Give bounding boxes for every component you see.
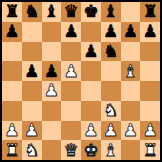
white-bishop-icon: ♝ xyxy=(123,62,138,79)
white-king-icon: ♚ xyxy=(83,141,98,158)
square-b3[interactable] xyxy=(22,101,42,121)
square-h7[interactable]: ♟ xyxy=(140,22,160,42)
black-queen-icon: ♛ xyxy=(64,3,79,20)
white-pawn-icon: ♟ xyxy=(44,82,59,99)
square-e7[interactable] xyxy=(81,22,101,42)
square-d1[interactable]: ♛ xyxy=(61,140,81,160)
square-a3[interactable] xyxy=(2,101,22,121)
white-rook-icon: ♜ xyxy=(143,141,158,158)
white-pawn-icon: ♟ xyxy=(103,121,118,138)
black-bishop-icon: ♝ xyxy=(103,3,118,20)
square-c3[interactable] xyxy=(42,101,62,121)
black-pawn-icon: ♟ xyxy=(44,62,59,79)
black-pawn-icon: ♟ xyxy=(123,23,138,40)
black-king-icon: ♚ xyxy=(83,3,98,20)
square-f4[interactable] xyxy=(101,81,121,101)
square-c2[interactable] xyxy=(42,121,62,141)
square-a8[interactable]: ♜ xyxy=(2,2,22,22)
square-c7[interactable] xyxy=(42,22,62,42)
square-f6[interactable]: ♞ xyxy=(101,42,121,62)
white-knight-icon: ♞ xyxy=(103,102,118,119)
square-g8[interactable] xyxy=(121,2,141,22)
square-a4[interactable] xyxy=(2,81,22,101)
square-d2[interactable] xyxy=(61,121,81,141)
square-g1[interactable] xyxy=(121,140,141,160)
white-pawn-icon: ♟ xyxy=(4,121,19,138)
square-b1[interactable]: ♞ xyxy=(22,140,42,160)
square-a5[interactable] xyxy=(2,61,22,81)
black-rook-icon: ♜ xyxy=(4,3,19,20)
square-a6[interactable] xyxy=(2,42,22,62)
square-f3[interactable]: ♞ xyxy=(101,101,121,121)
square-h3[interactable] xyxy=(140,101,160,121)
square-g5[interactable]: ♝ xyxy=(121,61,141,81)
square-c6[interactable] xyxy=(42,42,62,62)
black-pawn-icon: ♟ xyxy=(83,42,98,59)
black-pawn-icon: ♟ xyxy=(103,23,118,40)
square-c1[interactable] xyxy=(42,140,62,160)
white-pawn-icon: ♟ xyxy=(24,121,39,138)
square-f1[interactable]: ♝ xyxy=(101,140,121,160)
square-f7[interactable]: ♟ xyxy=(101,22,121,42)
square-f8[interactable]: ♝ xyxy=(101,2,121,22)
square-c5[interactable]: ♟ xyxy=(42,61,62,81)
square-e5[interactable] xyxy=(81,61,101,81)
square-a2[interactable]: ♟ xyxy=(2,121,22,141)
square-d7[interactable]: ♟ xyxy=(61,22,81,42)
square-h5[interactable] xyxy=(140,61,160,81)
white-bishop-icon: ♝ xyxy=(103,141,118,158)
square-h1[interactable]: ♜ xyxy=(140,140,160,160)
black-pawn-icon: ♟ xyxy=(64,23,79,40)
square-g4[interactable] xyxy=(121,81,141,101)
white-pawn-icon: ♟ xyxy=(143,121,158,138)
square-f5[interactable] xyxy=(101,61,121,81)
square-c8[interactable]: ♝ xyxy=(42,2,62,22)
white-pawn-icon: ♟ xyxy=(64,62,79,79)
square-e8[interactable]: ♚ xyxy=(81,2,101,22)
square-h2[interactable]: ♟ xyxy=(140,121,160,141)
square-e6[interactable]: ♟ xyxy=(81,42,101,62)
square-f2[interactable]: ♟ xyxy=(101,121,121,141)
square-d4[interactable] xyxy=(61,81,81,101)
square-a7[interactable]: ♟ xyxy=(2,22,22,42)
black-knight-icon: ♞ xyxy=(24,3,39,20)
square-d5[interactable]: ♟ xyxy=(61,61,81,81)
black-bishop-icon: ♝ xyxy=(44,3,59,20)
square-b7[interactable] xyxy=(22,22,42,42)
square-d3[interactable] xyxy=(61,101,81,121)
square-h4[interactable] xyxy=(140,81,160,101)
square-b4[interactable] xyxy=(22,81,42,101)
square-g6[interactable] xyxy=(121,42,141,62)
chess-board: ♜♞♝♛♚♝♜♟♟♟♟♟♟♞♟♟♟♝♟♞♟♟♟♟♟♟♜♞♛♚♝♜ xyxy=(0,0,162,162)
square-c4[interactable]: ♟ xyxy=(42,81,62,101)
white-pawn-icon: ♟ xyxy=(83,121,98,138)
square-h6[interactable] xyxy=(140,42,160,62)
white-knight-icon: ♞ xyxy=(24,141,39,158)
white-queen-icon: ♛ xyxy=(64,141,79,158)
square-h8[interactable]: ♜ xyxy=(140,2,160,22)
square-e2[interactable]: ♟ xyxy=(81,121,101,141)
square-e3[interactable] xyxy=(81,101,101,121)
square-e1[interactable]: ♚ xyxy=(81,140,101,160)
black-pawn-icon: ♟ xyxy=(24,62,39,79)
square-a1[interactable]: ♜ xyxy=(2,140,22,160)
square-b2[interactable]: ♟ xyxy=(22,121,42,141)
square-b8[interactable]: ♞ xyxy=(22,2,42,22)
square-g3[interactable] xyxy=(121,101,141,121)
white-pawn-icon: ♟ xyxy=(123,121,138,138)
square-g2[interactable]: ♟ xyxy=(121,121,141,141)
square-d6[interactable] xyxy=(61,42,81,62)
black-rook-icon: ♜ xyxy=(143,3,158,20)
white-rook-icon: ♜ xyxy=(4,141,19,158)
square-b6[interactable] xyxy=(22,42,42,62)
square-e4[interactable] xyxy=(81,81,101,101)
square-g7[interactable]: ♟ xyxy=(121,22,141,42)
black-pawn-icon: ♟ xyxy=(143,23,158,40)
black-pawn-icon: ♟ xyxy=(4,23,19,40)
square-b5[interactable]: ♟ xyxy=(22,61,42,81)
square-d8[interactable]: ♛ xyxy=(61,2,81,22)
black-knight-icon: ♞ xyxy=(103,42,118,59)
